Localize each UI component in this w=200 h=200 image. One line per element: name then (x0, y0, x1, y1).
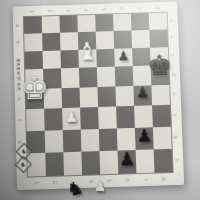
square[interactable] (62, 87, 81, 108)
square[interactable] (131, 30, 149, 48)
square[interactable] (114, 30, 132, 48)
coord-label: 1 (34, 181, 39, 184)
brand-text: US CHESS (15, 58, 24, 91)
square[interactable] (154, 149, 173, 173)
square[interactable] (97, 67, 116, 87)
square[interactable] (96, 48, 115, 67)
coord-label: 6 (119, 7, 124, 10)
square[interactable] (44, 88, 63, 109)
square[interactable] (97, 86, 116, 107)
square[interactable] (25, 69, 43, 89)
captured-white-pawn[interactable]: ♟ (94, 179, 108, 194)
square[interactable] (151, 65, 170, 85)
coord-label: 2 (47, 9, 52, 12)
square[interactable] (115, 66, 134, 86)
corner-emblems: ♞♞ (13, 2, 177, 7)
square[interactable] (60, 32, 78, 50)
square[interactable] (99, 151, 118, 175)
square[interactable] (25, 51, 43, 70)
coord-label: 4 (88, 179, 93, 182)
square[interactable] (99, 128, 118, 151)
square[interactable] (133, 66, 152, 86)
square[interactable] (42, 33, 60, 51)
square[interactable] (132, 47, 151, 66)
knight-icon: ♞ (21, 161, 27, 167)
square[interactable] (43, 50, 61, 69)
square[interactable] (24, 33, 42, 51)
square[interactable] (131, 13, 149, 30)
square[interactable] (63, 152, 82, 176)
coordinate-labels: 1234567812345678abcdefghabcdefgh (13, 2, 177, 7)
square[interactable] (95, 14, 113, 31)
square[interactable] (152, 105, 171, 127)
square[interactable] (26, 88, 45, 109)
square[interactable] (98, 106, 117, 128)
coord-label: 2 (52, 181, 57, 184)
square[interactable] (78, 32, 96, 50)
coord-label: e (172, 92, 177, 95)
square[interactable] (96, 31, 114, 49)
coord-label: g (173, 135, 178, 138)
square[interactable] (115, 85, 134, 106)
square[interactable] (114, 48, 133, 67)
square[interactable] (24, 17, 42, 34)
square[interactable] (61, 68, 80, 88)
coord-label: d (171, 72, 176, 75)
square[interactable] (136, 149, 155, 173)
coord-label: b (170, 36, 175, 39)
chess-mat: 1234567812345678abcdefghabcdefgh US CHES… (13, 2, 185, 191)
square[interactable] (42, 16, 60, 33)
coord-label: 6 (125, 178, 130, 181)
square[interactable] (79, 87, 98, 108)
coord-label: a (15, 24, 20, 27)
square[interactable] (117, 127, 136, 150)
square[interactable] (77, 15, 95, 32)
coord-label: f (17, 119, 22, 121)
square[interactable] (113, 14, 131, 31)
square[interactable] (149, 29, 168, 47)
square[interactable] (45, 130, 64, 153)
square[interactable] (118, 150, 137, 174)
square[interactable] (149, 13, 167, 30)
square[interactable] (59, 15, 77, 32)
coord-label: 8 (161, 177, 166, 180)
coord-label: 5 (101, 8, 106, 11)
square[interactable] (81, 129, 100, 152)
square[interactable] (153, 126, 172, 149)
square[interactable] (151, 84, 170, 105)
square[interactable] (134, 105, 153, 127)
coord-label: b (16, 41, 21, 44)
coord-label: 4 (83, 8, 88, 11)
square[interactable] (80, 107, 99, 129)
square[interactable] (78, 49, 96, 68)
coord-label: 1 (30, 10, 35, 13)
coord-label: f (172, 114, 177, 116)
square[interactable] (45, 152, 64, 176)
coord-label: 8 (155, 6, 160, 9)
coord-label: c (170, 54, 175, 57)
photo-scene: 1234567812345678abcdefghabcdefgh US CHES… (0, 0, 200, 200)
square[interactable] (133, 85, 152, 106)
knight-icon: ♞ (21, 148, 27, 154)
square[interactable] (79, 67, 98, 87)
square[interactable] (135, 127, 154, 150)
coord-label: 7 (137, 6, 142, 9)
square[interactable] (116, 106, 135, 128)
square[interactable] (62, 108, 81, 130)
square[interactable] (60, 49, 78, 68)
coord-label: h (174, 158, 179, 161)
square[interactable] (150, 47, 169, 66)
square[interactable] (63, 129, 82, 152)
coord-label: 3 (65, 9, 70, 12)
coord-label: 7 (143, 178, 148, 181)
square[interactable] (81, 151, 100, 175)
coord-label: e (17, 97, 22, 100)
square[interactable] (26, 109, 45, 131)
coord-label: a (169, 19, 174, 22)
chess-board (24, 13, 173, 177)
square[interactable] (44, 108, 63, 130)
square[interactable] (43, 68, 61, 88)
